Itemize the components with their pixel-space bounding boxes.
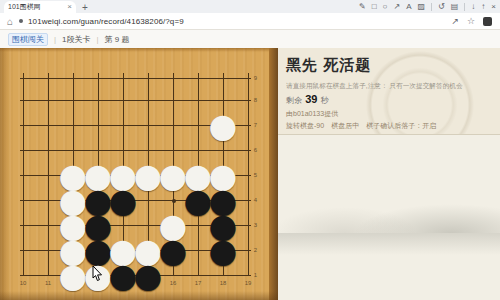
page-breadcrumb-bar: 围棋闯关|1段关卡|第 9 题 [0, 30, 500, 48]
stone-black-15-1[interactable]: ● [136, 263, 161, 288]
problem-instruction: 请直接用鼠标在棋盘上落子,注意： 只有一次提交解答的机会 [286, 81, 463, 91]
stone-black-14-4[interactable]: ● [111, 188, 136, 213]
countdown-suffix: 秒 [318, 96, 328, 105]
grid-vline-11 [48, 73, 49, 276]
mouse-cursor [92, 266, 103, 282]
page-main: 10111213141516171819987654321●●●●●●●●●●●… [0, 48, 500, 300]
toolbar-separator [464, 3, 465, 11]
profile-icon[interactable] [483, 17, 492, 26]
countdown-prefix: 剩余 [286, 96, 304, 105]
grid-vline-10 [23, 73, 24, 276]
row-label-1: 1 [254, 272, 263, 278]
breadcrumb-separator: | [54, 35, 56, 44]
tab-title: 101围棋网 [8, 2, 67, 12]
url-text[interactable]: 101weiqi.com/guan/record/41638206/?q=9 [28, 17, 451, 26]
breadcrumb-item-2[interactable]: 第 9 题 [105, 34, 130, 45]
col-label-11: 11 [43, 280, 53, 286]
breadcrumb-item-1[interactable]: 1段关卡 [62, 34, 90, 45]
board-option-0[interactable]: 旋转棋盘-90 [286, 121, 324, 131]
countdown: 剩余 39 秒 [286, 93, 329, 106]
home-icon[interactable]: ⌂ [7, 16, 13, 27]
board-options: 旋转棋盘-90棋盘居中棋子确认后落子：开启 [286, 121, 436, 131]
star-point-16-4 [172, 199, 176, 203]
panel-watermark-mountains [278, 193, 500, 233]
mosaic-icon[interactable]: ▨ [418, 2, 426, 12]
stone-white-18-7[interactable]: ● [211, 113, 236, 138]
row-label-5: 5 [254, 172, 263, 178]
panel-watermark-reflection [278, 233, 500, 255]
col-label-17: 17 [193, 280, 203, 286]
site-security-icon[interactable] [19, 19, 23, 23]
problem-title: 黑先 死活题 [286, 56, 371, 75]
close-icon[interactable]: × [491, 2, 496, 12]
browser-tab-strip: 101围棋网 × + ✎□○↗A▨↺▤↓↑× [0, 0, 500, 13]
pin-icon[interactable]: ↑ [481, 2, 485, 12]
go-board[interactable]: 10111213141516171819987654321●●●●●●●●●●●… [0, 48, 278, 300]
address-bar-actions: ↗ ☆ [451, 16, 492, 26]
row-label-6: 6 [254, 147, 263, 153]
text-icon[interactable]: A [406, 2, 411, 12]
stone-white-15-5[interactable]: ● [136, 163, 161, 188]
row-label-7: 7 [254, 122, 263, 128]
panel-lower-area [278, 135, 500, 300]
stone-white-12-1[interactable]: ● [61, 263, 86, 288]
tab-close-icon[interactable]: × [67, 3, 72, 11]
annotation-toolbar: ✎□○↗A▨↺▤↓↑× [359, 0, 496, 13]
stone-black-16-2[interactable]: ● [161, 238, 186, 263]
grid-hline-8 [20, 100, 251, 101]
grid-hline-6 [20, 150, 251, 151]
arrow-icon[interactable]: ↗ [393, 2, 400, 12]
row-label-2: 2 [254, 247, 263, 253]
address-bar: ⌂ 101weiqi.com/guan/record/41638206/?q=9… [0, 13, 500, 30]
share-icon[interactable]: ↗ [451, 16, 459, 26]
breadcrumb-item-0[interactable]: 围棋闯关 [8, 33, 48, 46]
breadcrumb-separator: | [97, 35, 99, 44]
ellipse-icon[interactable]: ○ [383, 2, 388, 12]
problem-provider-link[interactable]: 由b01a0133提供 [286, 109, 338, 119]
stone-white-16-5[interactable]: ● [161, 163, 186, 188]
browser-tab[interactable]: 101围棋网 × [4, 1, 76, 13]
col-label-16: 16 [168, 280, 178, 286]
stone-black-18-2[interactable]: ● [211, 238, 236, 263]
row-label-8: 8 [254, 97, 263, 103]
undo-icon[interactable]: ↺ [438, 2, 445, 12]
new-tab-button[interactable]: + [82, 2, 88, 13]
stone-black-17-4[interactable]: ● [186, 188, 211, 213]
info-panel: 黑先 死活题 请直接用鼠标在棋盘上落子,注意： 只有一次提交解答的机会 剩余 3… [278, 48, 500, 300]
col-label-10: 10 [18, 280, 28, 286]
stone-black-14-1[interactable]: ● [111, 263, 136, 288]
countdown-seconds: 39 [304, 93, 318, 105]
row-label-9: 9 [254, 75, 263, 81]
board-option-1[interactable]: 棋盘居中 [331, 121, 359, 131]
board-option-2[interactable]: 棋子确认后落子：开启 [366, 121, 436, 131]
rect-icon[interactable]: □ [372, 2, 377, 12]
board-right-frame [269, 48, 278, 300]
bookmark-star-icon[interactable]: ☆ [467, 16, 475, 26]
toolbar-separator [431, 3, 432, 11]
grid-hline-9 [20, 78, 251, 79]
col-label-18: 18 [218, 280, 228, 286]
download-icon[interactable]: ↓ [471, 2, 475, 12]
row-label-3: 3 [254, 222, 263, 228]
col-label-19: 19 [243, 280, 253, 286]
row-label-4: 4 [254, 197, 263, 203]
save-icon[interactable]: ▤ [451, 2, 459, 12]
grid-vline-19 [248, 73, 249, 276]
pen-icon[interactable]: ✎ [359, 2, 366, 12]
